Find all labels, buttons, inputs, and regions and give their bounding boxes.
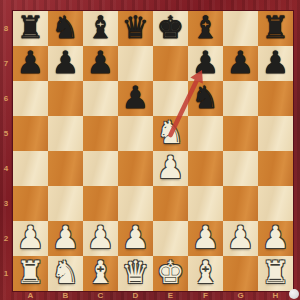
square-a5[interactable] [13,116,48,151]
piece-white-bishop-f1[interactable]: ♝ [192,255,220,290]
piece-white-pawn-a2[interactable]: ♟ [17,220,45,255]
square-a8[interactable]: ♜ [13,11,48,46]
square-g8[interactable] [223,11,258,46]
square-h6[interactable] [258,81,293,116]
square-g7[interactable]: ♟ [223,46,258,81]
file-label-b: B [48,290,83,300]
square-f3[interactable] [188,186,223,221]
piece-black-rook-h8[interactable]: ♜ [262,10,290,45]
square-e7[interactable] [153,46,188,81]
piece-white-pawn-c2[interactable]: ♟ [87,220,115,255]
rank-coordinates: 87654321 [0,11,12,291]
piece-white-bishop-c1[interactable]: ♝ [87,255,115,290]
square-c8[interactable]: ♝ [83,11,118,46]
square-c4[interactable] [83,151,118,186]
piece-white-pawn-d2[interactable]: ♟ [122,220,150,255]
rank-label-3: 3 [0,186,12,221]
piece-black-knight-f6[interactable]: ♞ [192,80,220,115]
square-f5[interactable] [188,116,223,151]
square-b6[interactable] [48,81,83,116]
square-f4[interactable] [188,151,223,186]
piece-black-pawn-f7[interactable]: ♟ [192,45,220,80]
square-d4[interactable] [118,151,153,186]
square-h4[interactable] [258,151,293,186]
square-b8[interactable]: ♞ [48,11,83,46]
rank-label-8: 8 [0,11,12,46]
square-h5[interactable] [258,116,293,151]
square-d6[interactable]: ♟ [118,81,153,116]
square-c6[interactable] [83,81,118,116]
square-h8[interactable]: ♜ [258,11,293,46]
square-b2[interactable]: ♟ [48,221,83,256]
piece-black-pawn-g7[interactable]: ♟ [227,45,255,80]
white-to-move-indicator [289,289,299,299]
file-label-e: E [153,290,188,300]
piece-white-rook-a1[interactable]: ♜ [17,255,45,290]
rank-label-1: 1 [0,256,12,291]
square-b1[interactable]: ♞ [48,256,83,291]
square-g5[interactable] [223,116,258,151]
piece-white-knight-b1[interactable]: ♞ [52,255,80,290]
square-e2[interactable] [153,221,188,256]
piece-black-queen-d8[interactable]: ♛ [122,10,150,45]
square-a7[interactable]: ♟ [13,46,48,81]
piece-black-pawn-c7[interactable]: ♟ [87,45,115,80]
square-f1[interactable]: ♝ [188,256,223,291]
rank-label-6: 6 [0,81,12,116]
piece-white-pawn-g2[interactable]: ♟ [227,220,255,255]
piece-black-pawn-d6[interactable]: ♟ [122,80,150,115]
file-coordinates: ABCDEFGH [13,290,293,300]
square-c1[interactable]: ♝ [83,256,118,291]
square-a6[interactable] [13,81,48,116]
square-g1[interactable] [223,256,258,291]
piece-white-queen-d1[interactable]: ♛ [122,255,150,290]
square-g4[interactable] [223,151,258,186]
square-f7[interactable]: ♟ [188,46,223,81]
piece-white-rook-h1[interactable]: ♜ [262,255,290,290]
square-h3[interactable] [258,186,293,221]
square-e5[interactable]: ♞ [153,116,188,151]
piece-black-pawn-h7[interactable]: ♟ [262,45,290,80]
square-c3[interactable] [83,186,118,221]
square-d1[interactable]: ♛ [118,256,153,291]
square-b3[interactable] [48,186,83,221]
square-b7[interactable]: ♟ [48,46,83,81]
piece-white-pawn-b2[interactable]: ♟ [52,220,80,255]
square-c5[interactable] [83,116,118,151]
file-label-d: D [118,290,153,300]
piece-black-bishop-c8[interactable]: ♝ [87,10,115,45]
square-d7[interactable] [118,46,153,81]
piece-white-knight-e5[interactable]: ♞ [157,115,185,150]
square-a1[interactable]: ♜ [13,256,48,291]
square-a3[interactable] [13,186,48,221]
piece-black-knight-b8[interactable]: ♞ [52,10,80,45]
square-e6[interactable] [153,81,188,116]
square-d8[interactable]: ♛ [118,11,153,46]
piece-black-king-e8[interactable]: ♚ [157,10,185,45]
square-d5[interactable] [118,116,153,151]
rank-label-4: 4 [0,151,12,186]
piece-white-king-e1[interactable]: ♚ [157,255,185,290]
file-label-a: A [13,290,48,300]
file-label-h: H [258,290,293,300]
square-a4[interactable] [13,151,48,186]
square-b5[interactable] [48,116,83,151]
square-d2[interactable]: ♟ [118,221,153,256]
piece-black-pawn-b7[interactable]: ♟ [52,45,80,80]
piece-white-pawn-f2[interactable]: ♟ [192,220,220,255]
piece-white-pawn-e4[interactable]: ♟ [157,150,185,185]
rank-label-2: 2 [0,221,12,256]
piece-black-pawn-a7[interactable]: ♟ [17,45,45,80]
square-e4[interactable]: ♟ [153,151,188,186]
square-e8[interactable]: ♚ [153,11,188,46]
piece-white-pawn-h2[interactable]: ♟ [262,220,290,255]
file-label-g: G [223,290,258,300]
file-label-c: C [83,290,118,300]
piece-black-bishop-f8[interactable]: ♝ [192,10,220,45]
square-h2[interactable]: ♟ [258,221,293,256]
square-g2[interactable]: ♟ [223,221,258,256]
square-a2[interactable]: ♟ [13,221,48,256]
square-c2[interactable]: ♟ [83,221,118,256]
square-g3[interactable] [223,186,258,221]
square-f8[interactable]: ♝ [188,11,223,46]
square-f2[interactable]: ♟ [188,221,223,256]
square-b4[interactable] [48,151,83,186]
chess-board-frame: 87654321 ♜♞♝♛♚♝♜♟♟♟♟♟♟♟♞♞♟♟♟♟♟♟♟♟♜♞♝♛♚♝♜… [0,0,300,300]
chess-board: ♜♞♝♛♚♝♜♟♟♟♟♟♟♟♞♞♟♟♟♟♟♟♟♟♜♞♝♛♚♝♜ [13,11,293,291]
square-e3[interactable] [153,186,188,221]
square-c7[interactable]: ♟ [83,46,118,81]
square-h7[interactable]: ♟ [258,46,293,81]
rank-label-7: 7 [0,46,12,81]
rank-label-5: 5 [0,116,12,151]
square-f6[interactable]: ♞ [188,81,223,116]
square-g6[interactable] [223,81,258,116]
square-d3[interactable] [118,186,153,221]
square-e1[interactable]: ♚ [153,256,188,291]
piece-black-rook-a8[interactable]: ♜ [17,10,45,45]
file-label-f: F [188,290,223,300]
square-h1[interactable]: ♜ [258,256,293,291]
